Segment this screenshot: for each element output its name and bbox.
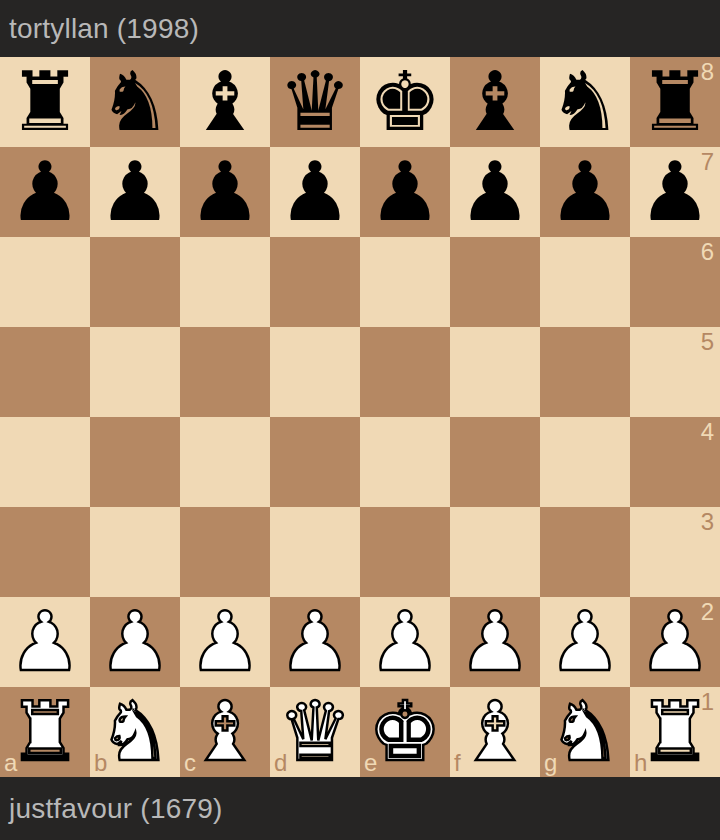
square-b2[interactable]: ♟: [90, 597, 180, 687]
coord-rank-7: 7: [701, 150, 714, 174]
black-pawn-piece[interactable]: ♟: [188, 147, 262, 237]
square-d1[interactable]: ♛d: [270, 687, 360, 777]
chess-board: ♜♞♝♛♚♝♞♜8♟♟♟♟♟♟♟♟76543♟♟♟♟♟♟♟♟2♜a♞b♝c♛d♚…: [0, 57, 720, 777]
square-h5[interactable]: 5: [630, 327, 720, 417]
square-f8[interactable]: ♝: [450, 57, 540, 147]
square-h6[interactable]: 6: [630, 237, 720, 327]
square-c2[interactable]: ♟: [180, 597, 270, 687]
square-a5[interactable]: [0, 327, 90, 417]
square-e6[interactable]: [360, 237, 450, 327]
black-pawn-piece[interactable]: ♟: [458, 147, 532, 237]
square-d6[interactable]: [270, 237, 360, 327]
white-pawn-piece[interactable]: ♟: [8, 597, 82, 687]
square-e1[interactable]: ♚e: [360, 687, 450, 777]
square-d5[interactable]: [270, 327, 360, 417]
black-pawn-piece[interactable]: ♟: [278, 147, 352, 237]
square-h1[interactable]: ♜h1: [630, 687, 720, 777]
white-pawn-piece[interactable]: ♟: [548, 597, 622, 687]
white-queen-piece[interactable]: ♛: [278, 687, 352, 777]
square-b8[interactable]: ♞: [90, 57, 180, 147]
square-a3[interactable]: [0, 507, 90, 597]
square-b3[interactable]: [90, 507, 180, 597]
player-top-name[interactable]: tortyllan (1998): [9, 13, 199, 45]
square-a1[interactable]: ♜a: [0, 687, 90, 777]
square-f7[interactable]: ♟: [450, 147, 540, 237]
square-g1[interactable]: ♞g: [540, 687, 630, 777]
coord-rank-6: 6: [701, 240, 714, 264]
black-pawn-piece[interactable]: ♟: [98, 147, 172, 237]
square-b1[interactable]: ♞b: [90, 687, 180, 777]
coord-file-b: b: [94, 751, 107, 775]
player-bottom-name[interactable]: justfavour (1679): [9, 793, 223, 825]
square-a8[interactable]: ♜: [0, 57, 90, 147]
black-bishop-piece[interactable]: ♝: [458, 57, 532, 147]
coord-rank-1: 1: [701, 690, 714, 714]
square-e5[interactable]: [360, 327, 450, 417]
black-bishop-piece[interactable]: ♝: [188, 57, 262, 147]
square-e7[interactable]: ♟: [360, 147, 450, 237]
square-g2[interactable]: ♟: [540, 597, 630, 687]
white-knight-piece[interactable]: ♞: [548, 687, 622, 777]
square-d2[interactable]: ♟: [270, 597, 360, 687]
square-c6[interactable]: [180, 237, 270, 327]
coord-file-g: g: [544, 751, 557, 775]
square-b5[interactable]: [90, 327, 180, 417]
square-h7[interactable]: ♟7: [630, 147, 720, 237]
square-a2[interactable]: ♟: [0, 597, 90, 687]
square-a4[interactable]: [0, 417, 90, 507]
square-d7[interactable]: ♟: [270, 147, 360, 237]
square-c8[interactable]: ♝: [180, 57, 270, 147]
coord-rank-3: 3: [701, 510, 714, 534]
black-knight-piece[interactable]: ♞: [548, 57, 622, 147]
square-c1[interactable]: ♝c: [180, 687, 270, 777]
coord-rank-8: 8: [701, 60, 714, 84]
square-d8[interactable]: ♛: [270, 57, 360, 147]
black-pawn-piece[interactable]: ♟: [8, 147, 82, 237]
black-pawn-piece[interactable]: ♟: [548, 147, 622, 237]
square-c4[interactable]: [180, 417, 270, 507]
square-d4[interactable]: [270, 417, 360, 507]
square-f5[interactable]: [450, 327, 540, 417]
square-b7[interactable]: ♟: [90, 147, 180, 237]
black-queen-piece[interactable]: ♛: [278, 57, 352, 147]
square-b6[interactable]: [90, 237, 180, 327]
coord-file-c: c: [184, 751, 196, 775]
square-g7[interactable]: ♟: [540, 147, 630, 237]
square-e2[interactable]: ♟: [360, 597, 450, 687]
white-pawn-piece[interactable]: ♟: [458, 597, 532, 687]
white-rook-piece[interactable]: ♜: [8, 687, 82, 777]
coord-file-d: d: [274, 751, 287, 775]
square-c5[interactable]: [180, 327, 270, 417]
black-knight-piece[interactable]: ♞: [98, 57, 172, 147]
square-f2[interactable]: ♟: [450, 597, 540, 687]
square-f1[interactable]: ♝f: [450, 687, 540, 777]
white-pawn-piece[interactable]: ♟: [98, 597, 172, 687]
black-rook-piece[interactable]: ♜: [8, 57, 82, 147]
coord-rank-5: 5: [701, 330, 714, 354]
coord-rank-2: 2: [701, 600, 714, 624]
square-g8[interactable]: ♞: [540, 57, 630, 147]
player-bottom-bar: justfavour (1679): [0, 777, 720, 840]
square-h4[interactable]: 4: [630, 417, 720, 507]
player-top-bar: tortyllan (1998): [0, 0, 720, 57]
black-pawn-piece[interactable]: ♟: [368, 147, 442, 237]
square-f3[interactable]: [450, 507, 540, 597]
square-f4[interactable]: [450, 417, 540, 507]
coord-file-e: e: [364, 751, 377, 775]
square-b4[interactable]: [90, 417, 180, 507]
square-g4[interactable]: [540, 417, 630, 507]
square-h3[interactable]: 3: [630, 507, 720, 597]
square-g5[interactable]: [540, 327, 630, 417]
square-c7[interactable]: ♟: [180, 147, 270, 237]
square-e8[interactable]: ♚: [360, 57, 450, 147]
square-e3[interactable]: [360, 507, 450, 597]
coord-file-a: a: [4, 751, 17, 775]
square-g6[interactable]: [540, 237, 630, 327]
square-g3[interactable]: [540, 507, 630, 597]
white-king-piece[interactable]: ♚: [368, 687, 442, 777]
white-bishop-piece[interactable]: ♝: [188, 687, 262, 777]
coord-rank-4: 4: [701, 420, 714, 444]
white-pawn-piece[interactable]: ♟: [188, 597, 262, 687]
square-a7[interactable]: ♟: [0, 147, 90, 237]
coord-file-f: f: [454, 751, 461, 775]
coord-file-h: h: [634, 751, 647, 775]
white-pawn-piece[interactable]: ♟: [278, 597, 352, 687]
square-c3[interactable]: [180, 507, 270, 597]
square-h2[interactable]: ♟2: [630, 597, 720, 687]
square-h8[interactable]: ♜8: [630, 57, 720, 147]
square-a6[interactable]: [0, 237, 90, 327]
square-e4[interactable]: [360, 417, 450, 507]
white-bishop-piece[interactable]: ♝: [458, 687, 532, 777]
square-d3[interactable]: [270, 507, 360, 597]
black-king-piece[interactable]: ♚: [368, 57, 442, 147]
white-knight-piece[interactable]: ♞: [98, 687, 172, 777]
square-f6[interactable]: [450, 237, 540, 327]
white-pawn-piece[interactable]: ♟: [368, 597, 442, 687]
